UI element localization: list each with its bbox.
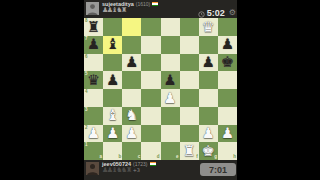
square-d3[interactable] bbox=[141, 107, 160, 125]
top-player-avatar[interactable] bbox=[86, 2, 99, 15]
file-label-b: b bbox=[119, 155, 122, 160]
piece-black-pawn[interactable]: ♟ bbox=[218, 36, 237, 54]
top-player-clock: 5:02 bbox=[207, 8, 225, 18]
square-f6[interactable] bbox=[180, 54, 199, 72]
piece-black-pawn[interactable]: ♟ bbox=[103, 71, 122, 89]
piece-white-pawn[interactable]: ♟ bbox=[122, 125, 141, 143]
piece-black-pawn[interactable]: ♟ bbox=[122, 54, 141, 72]
piece-white-pawn[interactable]: ♟ bbox=[103, 125, 122, 143]
top-player-bar: sujeetaditya (1610) ♟♟♝♞♜ 5:02 ⚙ bbox=[84, 0, 237, 18]
material-advantage: +3 bbox=[133, 167, 140, 173]
square-e8[interactable] bbox=[161, 18, 180, 36]
square-g2[interactable]: ♟ bbox=[199, 125, 218, 143]
square-b5[interactable]: ♟ bbox=[103, 71, 122, 89]
square-c8[interactable] bbox=[122, 18, 141, 36]
rank-label-3: 3 bbox=[85, 108, 88, 113]
square-a7[interactable]: 7♟ bbox=[84, 36, 103, 54]
square-c2[interactable]: ♟ bbox=[122, 125, 141, 143]
square-h2[interactable]: ♟ bbox=[218, 125, 237, 143]
square-e3[interactable] bbox=[161, 107, 180, 125]
square-b2[interactable]: ♟ bbox=[103, 125, 122, 143]
square-f3[interactable] bbox=[180, 107, 199, 125]
square-a8[interactable]: 8♜ bbox=[84, 18, 103, 36]
square-b6[interactable] bbox=[103, 54, 122, 72]
square-g1[interactable]: g♚ bbox=[199, 142, 218, 160]
piece-black-bishop[interactable]: ♝ bbox=[103, 36, 122, 54]
photo-avatar-icon bbox=[86, 162, 99, 175]
square-e6[interactable] bbox=[161, 54, 180, 72]
piece-white-rook[interactable]: ♜ bbox=[180, 142, 199, 160]
file-label-d: d bbox=[157, 155, 160, 160]
square-g5[interactable] bbox=[199, 71, 218, 89]
square-a1[interactable]: 1a bbox=[84, 142, 103, 160]
square-f4[interactable] bbox=[180, 89, 199, 107]
bottom-player-clock: 7:01 bbox=[200, 163, 236, 176]
piece-black-pawn[interactable]: ♟ bbox=[84, 36, 103, 54]
square-h8[interactable] bbox=[218, 18, 237, 36]
piece-black-rook[interactable]: ♜ bbox=[84, 18, 103, 36]
square-a4[interactable]: 4 bbox=[84, 89, 103, 107]
square-h3[interactable] bbox=[218, 107, 237, 125]
square-a3[interactable]: 3 bbox=[84, 107, 103, 125]
square-f2[interactable] bbox=[180, 125, 199, 143]
square-e7[interactable] bbox=[161, 36, 180, 54]
square-f8[interactable] bbox=[180, 18, 199, 36]
person-avatar-icon bbox=[86, 2, 99, 15]
file-label-h: h bbox=[233, 155, 236, 160]
square-g6[interactable]: ♟ bbox=[199, 54, 218, 72]
square-d6[interactable] bbox=[141, 54, 160, 72]
top-player-flag-icon bbox=[152, 2, 158, 6]
square-d8[interactable] bbox=[141, 18, 160, 36]
top-player-captured-pieces: ♟♟♝♞♜ bbox=[102, 7, 198, 14]
top-player-rating: (1610) bbox=[136, 1, 150, 7]
square-f1[interactable]: f♜ bbox=[180, 142, 199, 160]
piece-white-knight[interactable]: ♞ bbox=[122, 107, 141, 125]
square-a2[interactable]: 2♟ bbox=[84, 125, 103, 143]
square-g3[interactable] bbox=[199, 107, 218, 125]
square-g4[interactable] bbox=[199, 89, 218, 107]
square-d5[interactable] bbox=[141, 71, 160, 89]
square-c7[interactable] bbox=[122, 36, 141, 54]
file-label-c: c bbox=[138, 155, 141, 160]
piece-black-king[interactable]: ♚ bbox=[218, 54, 237, 72]
square-b4[interactable] bbox=[103, 89, 122, 107]
piece-white-pawn[interactable]: ♟ bbox=[218, 125, 237, 143]
square-g8[interactable]: ♛ bbox=[199, 18, 218, 36]
piece-white-pawn[interactable]: ♟ bbox=[84, 125, 103, 143]
rank-label-1: 1 bbox=[85, 143, 88, 148]
settings-gear-icon[interactable]: ⚙ bbox=[229, 8, 236, 17]
piece-black-pawn[interactable]: ♟ bbox=[199, 54, 218, 72]
square-h5[interactable] bbox=[218, 71, 237, 89]
square-e4[interactable]: ♟ bbox=[161, 89, 180, 107]
square-g7[interactable] bbox=[199, 36, 218, 54]
file-label-e: e bbox=[176, 155, 179, 160]
piece-white-pawn[interactable]: ♟ bbox=[199, 125, 218, 143]
square-c4[interactable] bbox=[122, 89, 141, 107]
square-b1[interactable]: b bbox=[103, 142, 122, 160]
bottom-player-avatar[interactable] bbox=[86, 162, 99, 175]
piece-white-king[interactable]: ♚ bbox=[199, 142, 218, 160]
square-f7[interactable] bbox=[180, 36, 199, 54]
piece-white-bishop[interactable]: ♝ bbox=[103, 107, 122, 125]
bottom-player-captured-pieces: ♟♟♝♞♞♜+3 bbox=[102, 167, 200, 174]
chess-board: 8♜♛7♟♝♟6♟♟♚5♛♟♟4♟3♝♞2♟♟♟♟♟1abcdef♜g♚h bbox=[84, 18, 237, 160]
square-h6[interactable]: ♚ bbox=[218, 54, 237, 72]
square-a5[interactable]: 5♛ bbox=[84, 71, 103, 89]
square-e5[interactable]: ♟ bbox=[161, 71, 180, 89]
chess-app-window: sujeetaditya (1610) ♟♟♝♞♜ 5:02 ⚙ 8♜♛7♟♝♟… bbox=[84, 0, 237, 180]
square-d7[interactable] bbox=[141, 36, 160, 54]
square-e2[interactable] bbox=[161, 125, 180, 143]
square-d4[interactable] bbox=[141, 89, 160, 107]
piece-black-queen[interactable]: ♛ bbox=[84, 71, 103, 89]
square-d1[interactable]: d bbox=[141, 142, 160, 160]
square-h1[interactable]: h bbox=[218, 142, 237, 160]
square-b7[interactable]: ♝ bbox=[103, 36, 122, 54]
square-e1[interactable]: e bbox=[161, 142, 180, 160]
square-c3[interactable]: ♞ bbox=[122, 107, 141, 125]
piece-white-queen[interactable]: ♛ bbox=[199, 18, 218, 36]
square-h7[interactable]: ♟ bbox=[218, 36, 237, 54]
square-c6[interactable]: ♟ bbox=[122, 54, 141, 72]
square-h4[interactable] bbox=[218, 89, 237, 107]
rank-label-6: 6 bbox=[85, 55, 88, 60]
bottom-player-flag-icon bbox=[150, 162, 156, 166]
piece-white-pawn[interactable]: ♟ bbox=[161, 89, 180, 107]
square-c1[interactable]: c bbox=[122, 142, 141, 160]
square-b8[interactable] bbox=[103, 18, 122, 36]
square-c5[interactable] bbox=[122, 71, 141, 89]
square-f5[interactable] bbox=[180, 71, 199, 89]
piece-black-pawn[interactable]: ♟ bbox=[161, 71, 180, 89]
rank-label-4: 4 bbox=[85, 90, 88, 95]
file-label-a: a bbox=[100, 155, 103, 160]
square-b3[interactable]: ♝ bbox=[103, 107, 122, 125]
bottom-player-bar: jeev050724 (1723) ♟♟♝♞♞♜+3 7:01 bbox=[84, 160, 237, 180]
square-a6[interactable]: 6 bbox=[84, 54, 103, 72]
square-d2[interactable] bbox=[141, 125, 160, 143]
